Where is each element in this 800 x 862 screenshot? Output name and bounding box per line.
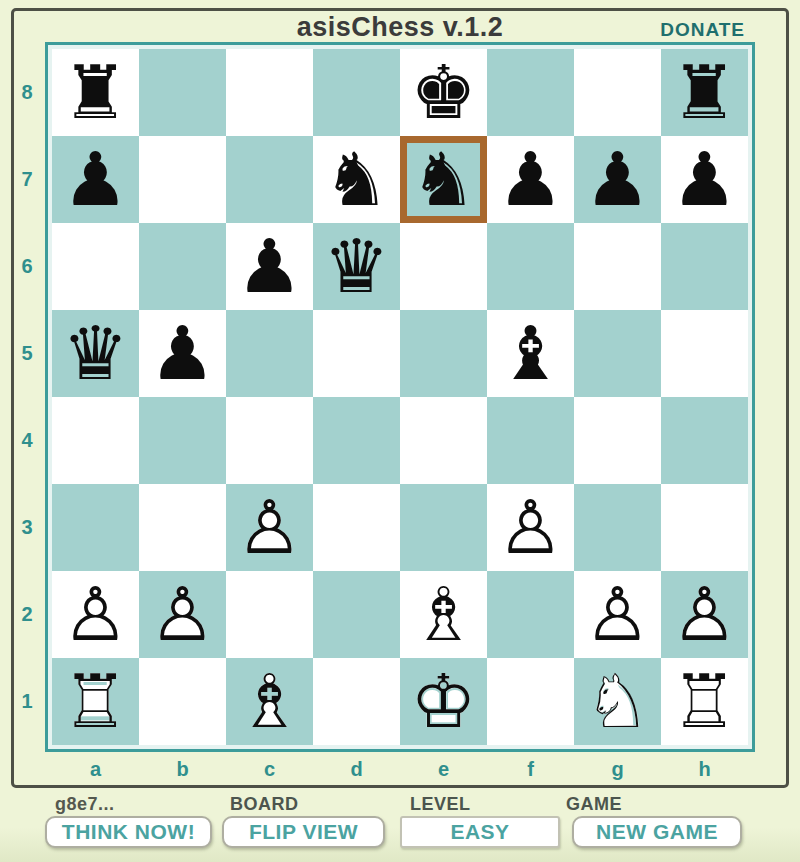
square-d2[interactable] (313, 571, 400, 658)
new-game-button[interactable]: NEW GAME (572, 816, 742, 848)
black-king-e8: ♚ (400, 49, 487, 136)
black-pawn-a7: ♟ (52, 136, 139, 223)
square-g6[interactable] (574, 223, 661, 310)
square-c7[interactable] (226, 136, 313, 223)
white-pawn-h2: ♙ (661, 571, 748, 658)
rank-label-5: 5 (12, 310, 42, 397)
square-g5[interactable] (574, 310, 661, 397)
square-c8[interactable] (226, 49, 313, 136)
square-f7[interactable]: ♟ (487, 136, 574, 223)
flip-view-button[interactable]: FLIP VIEW (222, 816, 385, 848)
square-g7[interactable]: ♟ (574, 136, 661, 223)
square-f3[interactable]: ♙ (487, 484, 574, 571)
rank-label-8: 8 (12, 49, 42, 136)
square-b5[interactable]: ♟ (139, 310, 226, 397)
square-f8[interactable] (487, 49, 574, 136)
square-d7[interactable]: ♞ (313, 136, 400, 223)
donate-link[interactable]: DONATE (660, 19, 745, 41)
square-e3[interactable] (400, 484, 487, 571)
square-f5[interactable]: ♝ (487, 310, 574, 397)
white-pawn-g2: ♙ (574, 571, 661, 658)
file-label-a: a (52, 756, 139, 782)
square-g3[interactable] (574, 484, 661, 571)
square-h1[interactable]: ♖ (661, 658, 748, 745)
square-c5[interactable] (226, 310, 313, 397)
board: ♜♚♜♟♞♞♟♟♟♟♛♛♟♝♙♙♙♙♗♙♙♖♗♔♘♖ (52, 49, 748, 745)
file-label-c: c (226, 756, 313, 782)
square-a6[interactable] (52, 223, 139, 310)
black-rook-a8: ♜ (52, 49, 139, 136)
white-rook-a1: ♖ (52, 658, 139, 745)
rank-label-7: 7 (12, 136, 42, 223)
square-d3[interactable] (313, 484, 400, 571)
square-b3[interactable] (139, 484, 226, 571)
square-d6[interactable]: ♛ (313, 223, 400, 310)
rank-label-1: 1 (12, 658, 42, 745)
white-knight-g1: ♘ (574, 658, 661, 745)
white-pawn-a2: ♙ (52, 571, 139, 658)
black-pawn-h7: ♟ (661, 136, 748, 223)
square-b2[interactable]: ♙ (139, 571, 226, 658)
square-a5[interactable]: ♛ (52, 310, 139, 397)
square-g8[interactable] (574, 49, 661, 136)
file-label-g: g (574, 756, 661, 782)
rank-label-2: 2 (12, 571, 42, 658)
white-rook-h1: ♖ (661, 658, 748, 745)
square-a7[interactable]: ♟ (52, 136, 139, 223)
square-f4[interactable] (487, 397, 574, 484)
square-c4[interactable] (226, 397, 313, 484)
square-b6[interactable] (139, 223, 226, 310)
black-rook-h8: ♜ (661, 49, 748, 136)
square-c1[interactable]: ♗ (226, 658, 313, 745)
square-f2[interactable] (487, 571, 574, 658)
square-e8[interactable]: ♚ (400, 49, 487, 136)
square-g4[interactable] (574, 397, 661, 484)
square-d8[interactable] (313, 49, 400, 136)
last-move-status: g8e7... (55, 794, 115, 814)
white-king-e1: ♔ (400, 658, 487, 745)
level-select[interactable]: EASY (400, 816, 560, 848)
square-f1[interactable] (487, 658, 574, 745)
square-d1[interactable] (313, 658, 400, 745)
black-pawn-f7: ♟ (487, 136, 574, 223)
rank-label-3: 3 (12, 484, 42, 571)
square-h2[interactable]: ♙ (661, 571, 748, 658)
square-d5[interactable] (313, 310, 400, 397)
white-pawn-b2: ♙ (139, 571, 226, 658)
square-e7[interactable]: ♞ (400, 136, 487, 223)
black-knight-d7: ♞ (313, 136, 400, 223)
level-section-label: LEVEL (410, 794, 471, 814)
square-f6[interactable] (487, 223, 574, 310)
square-b4[interactable] (139, 397, 226, 484)
square-h7[interactable]: ♟ (661, 136, 748, 223)
board-section-label: BOARD (230, 794, 299, 814)
black-queen-d6: ♛ (313, 223, 400, 310)
think-now-button[interactable]: THINK NOW! (45, 816, 212, 848)
square-d4[interactable] (313, 397, 400, 484)
white-bishop-e2: ♗ (400, 571, 487, 658)
black-bishop-f5: ♝ (487, 310, 574, 397)
black-pawn-b5: ♟ (139, 310, 226, 397)
square-a4[interactable] (52, 397, 139, 484)
square-g2[interactable]: ♙ (574, 571, 661, 658)
square-b7[interactable] (139, 136, 226, 223)
file-labels: abcdefgh (52, 756, 748, 782)
square-b1[interactable] (139, 658, 226, 745)
square-h5[interactable] (661, 310, 748, 397)
file-label-b: b (139, 756, 226, 782)
file-label-f: f (487, 756, 574, 782)
rank-labels: 87654321 (12, 49, 42, 745)
square-e2[interactable]: ♗ (400, 571, 487, 658)
square-e5[interactable] (400, 310, 487, 397)
black-queen-a5: ♛ (52, 310, 139, 397)
square-b8[interactable] (139, 49, 226, 136)
black-pawn-c6: ♟ (226, 223, 313, 310)
white-pawn-f3: ♙ (487, 484, 574, 571)
file-label-h: h (661, 756, 748, 782)
board-frame: ♜♚♜♟♞♞♟♟♟♟♛♛♟♝♙♙♙♙♗♙♙♖♗♔♘♖ (45, 42, 755, 752)
square-a8[interactable]: ♜ (52, 49, 139, 136)
square-e1[interactable]: ♔ (400, 658, 487, 745)
square-h6[interactable] (661, 223, 748, 310)
file-label-e: e (400, 756, 487, 782)
file-label-d: d (313, 756, 400, 782)
square-a1[interactable]: ♖ (52, 658, 139, 745)
square-h4[interactable] (661, 397, 748, 484)
square-c6[interactable]: ♟ (226, 223, 313, 310)
square-a2[interactable]: ♙ (52, 571, 139, 658)
black-pawn-g7: ♟ (574, 136, 661, 223)
game-section-label: GAME (566, 794, 622, 814)
square-h3[interactable] (661, 484, 748, 571)
square-g1[interactable]: ♘ (574, 658, 661, 745)
square-c2[interactable] (226, 571, 313, 658)
square-a3[interactable] (52, 484, 139, 571)
rank-label-6: 6 (12, 223, 42, 310)
square-e6[interactable] (400, 223, 487, 310)
white-pawn-c3: ♙ (226, 484, 313, 571)
rank-label-4: 4 (12, 397, 42, 484)
black-knight-e7: ♞ (400, 136, 487, 223)
square-e4[interactable] (400, 397, 487, 484)
square-c3[interactable]: ♙ (226, 484, 313, 571)
square-h8[interactable]: ♜ (661, 49, 748, 136)
white-bishop-c1: ♗ (226, 658, 313, 745)
